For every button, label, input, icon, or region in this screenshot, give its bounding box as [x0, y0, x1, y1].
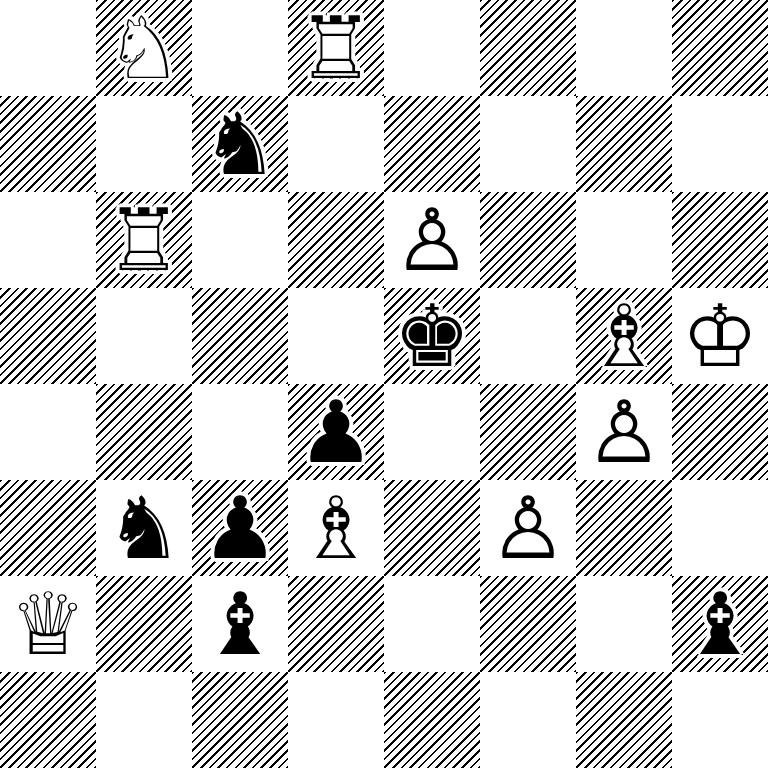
black-king-e5: ♚ [384, 288, 480, 384]
square-d6[interactable] [288, 192, 384, 288]
square-b7[interactable] [96, 96, 192, 192]
square-c8[interactable] [192, 0, 288, 96]
piece-halo-e5: ♚ [384, 288, 480, 384]
square-f3[interactable]: ♟♙ [480, 480, 576, 576]
piece-halo-b3: ♞ [96, 480, 192, 576]
white-queen-a2: ♕ [0, 576, 96, 672]
square-a8[interactable] [0, 0, 96, 96]
black-pawn-d4: ♟ [288, 384, 384, 480]
square-b6[interactable]: ♜♖ [96, 192, 192, 288]
square-b8[interactable]: ♞♘ [96, 0, 192, 96]
square-g5[interactable]: ♝♗ [576, 288, 672, 384]
square-a5[interactable] [0, 288, 96, 384]
piece-halo-h2: ♝ [672, 576, 768, 672]
square-h6[interactable] [672, 192, 768, 288]
square-f6[interactable] [480, 192, 576, 288]
square-d5[interactable] [288, 288, 384, 384]
white-bishop-g5: ♗ [576, 288, 672, 384]
square-a4[interactable] [0, 384, 96, 480]
piece-halo-d3: ♝ [288, 480, 384, 576]
square-a3[interactable] [0, 480, 96, 576]
piece-halo-a2: ♛ [0, 576, 96, 672]
square-d8[interactable]: ♜♖ [288, 0, 384, 96]
square-c1[interactable] [192, 672, 288, 768]
piece-halo-f3: ♟ [480, 480, 576, 576]
square-c6[interactable] [192, 192, 288, 288]
white-pawn-g4: ♙ [576, 384, 672, 480]
piece-halo-b8: ♞ [96, 0, 192, 96]
square-d1[interactable] [288, 672, 384, 768]
square-e4[interactable] [384, 384, 480, 480]
white-knight-b8: ♘ [96, 0, 192, 96]
square-b2[interactable] [96, 576, 192, 672]
piece-halo-d8: ♜ [288, 0, 384, 96]
white-pawn-e6: ♙ [384, 192, 480, 288]
square-h1[interactable] [672, 672, 768, 768]
square-g6[interactable] [576, 192, 672, 288]
white-rook-d8: ♖ [288, 0, 384, 96]
square-e3[interactable] [384, 480, 480, 576]
black-knight-b3: ♞ [96, 480, 192, 576]
square-b3[interactable]: ♞♞ [96, 480, 192, 576]
white-bishop-d3: ♗ [288, 480, 384, 576]
square-e8[interactable] [384, 0, 480, 96]
square-h3[interactable] [672, 480, 768, 576]
piece-halo-c7: ♞ [192, 96, 288, 192]
square-c2[interactable]: ♝♝ [192, 576, 288, 672]
square-c4[interactable] [192, 384, 288, 480]
square-f2[interactable] [480, 576, 576, 672]
square-h8[interactable] [672, 0, 768, 96]
white-pawn-f3: ♙ [480, 480, 576, 576]
square-c7[interactable]: ♞♞ [192, 96, 288, 192]
square-b1[interactable] [96, 672, 192, 768]
square-b5[interactable] [96, 288, 192, 384]
white-rook-b6: ♖ [96, 192, 192, 288]
black-bishop-h2: ♝ [672, 576, 768, 672]
piece-halo-c3: ♟ [192, 480, 288, 576]
square-g2[interactable] [576, 576, 672, 672]
square-h4[interactable] [672, 384, 768, 480]
square-a6[interactable] [0, 192, 96, 288]
square-a7[interactable] [0, 96, 96, 192]
square-f1[interactable] [480, 672, 576, 768]
square-h2[interactable]: ♝♝ [672, 576, 768, 672]
square-a2[interactable]: ♛♕ [0, 576, 96, 672]
square-f7[interactable] [480, 96, 576, 192]
piece-halo-c2: ♝ [192, 576, 288, 672]
chess-board: ♞♘♜♖♞♞♜♖♟♙♚♚♝♗♚♔♟♟♟♙♞♞♟♟♝♗♟♙♛♕♝♝♝♝ [0, 0, 768, 768]
square-e7[interactable] [384, 96, 480, 192]
white-king-h5: ♔ [672, 288, 768, 384]
piece-halo-h5: ♚ [672, 288, 768, 384]
square-a1[interactable] [0, 672, 96, 768]
square-g4[interactable]: ♟♙ [576, 384, 672, 480]
piece-halo-b6: ♜ [96, 192, 192, 288]
square-h5[interactable]: ♚♔ [672, 288, 768, 384]
square-f8[interactable] [480, 0, 576, 96]
square-c5[interactable] [192, 288, 288, 384]
square-d4[interactable]: ♟♟ [288, 384, 384, 480]
piece-halo-g5: ♝ [576, 288, 672, 384]
square-e5[interactable]: ♚♚ [384, 288, 480, 384]
square-g1[interactable] [576, 672, 672, 768]
black-knight-c7: ♞ [192, 96, 288, 192]
square-d3[interactable]: ♝♗ [288, 480, 384, 576]
square-d7[interactable] [288, 96, 384, 192]
square-f5[interactable] [480, 288, 576, 384]
square-b4[interactable] [96, 384, 192, 480]
square-d2[interactable] [288, 576, 384, 672]
piece-halo-g4: ♟ [576, 384, 672, 480]
square-g7[interactable] [576, 96, 672, 192]
square-g3[interactable] [576, 480, 672, 576]
square-e1[interactable] [384, 672, 480, 768]
square-h7[interactable] [672, 96, 768, 192]
square-f4[interactable] [480, 384, 576, 480]
piece-halo-d4: ♟ [288, 384, 384, 480]
piece-halo-e6: ♟ [384, 192, 480, 288]
square-e2[interactable] [384, 576, 480, 672]
square-g8[interactable] [576, 0, 672, 96]
square-c3[interactable]: ♟♟ [192, 480, 288, 576]
black-bishop-c2: ♝ [192, 576, 288, 672]
black-pawn-c3: ♟ [192, 480, 288, 576]
square-e6[interactable]: ♟♙ [384, 192, 480, 288]
